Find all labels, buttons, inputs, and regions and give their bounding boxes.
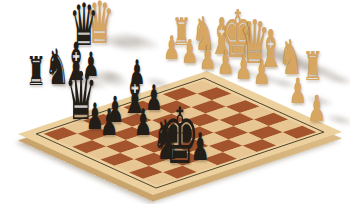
white-pawn-offboard[interactable]: ♟: [308, 91, 326, 127]
white-pawn-offboard[interactable]: ♟: [253, 55, 270, 89]
white-pawn-offboard[interactable]: ♟: [164, 32, 180, 65]
black-king-a7[interactable]: ♚: [161, 98, 200, 175]
white-pawn-offboard[interactable]: ♟: [218, 46, 235, 79]
white-pawn-offboard[interactable]: ♟: [200, 41, 217, 74]
black-pawn-f7[interactable]: ♟: [100, 105, 118, 142]
black-rook-offboard[interactable]: ♜: [26, 51, 46, 91]
rook-shadow: [320, 70, 350, 88]
white-pawn-offboard[interactable]: ♟: [236, 51, 253, 85]
white-pawn-offboard[interactable]: ♟: [182, 36, 199, 69]
black-pawn-e6[interactable]: ♟: [134, 104, 152, 141]
white-pawn-offboard[interactable]: ♟: [289, 73, 307, 108]
chess-set-photo: ♚♞♟♟♛♟♟♟♝♟♛♟♝♞♜♟♛♜♞♝♚♛♝♞♜♟♟♟♟♟♟♟♟: [0, 0, 350, 204]
